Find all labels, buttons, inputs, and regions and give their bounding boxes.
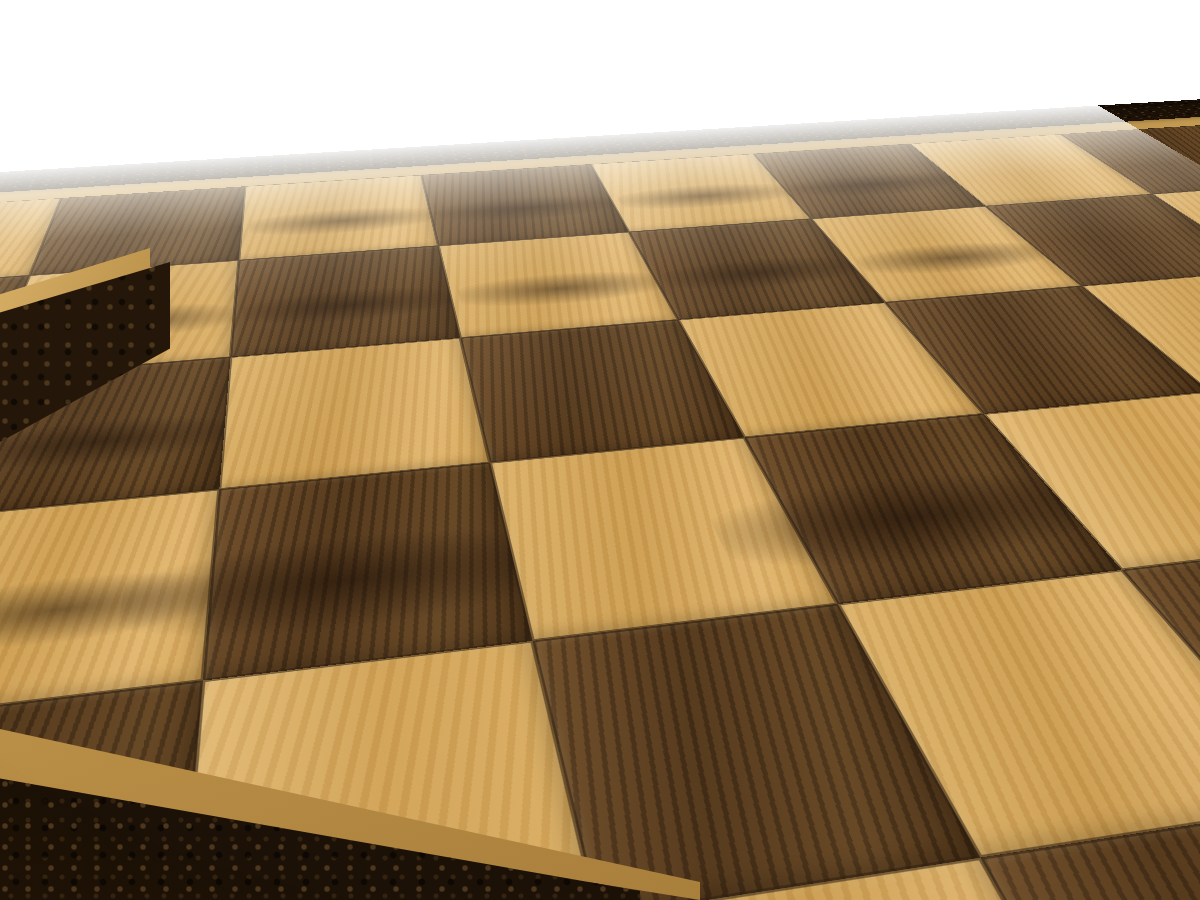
- chess-photo-scene: ♜♛♚♝♟♟♟♟♟♝♟♞♞: [0, 0, 1200, 900]
- square-e5[interactable]: ♞: [744, 414, 1121, 604]
- square-h7[interactable]: [1152, 183, 1200, 271]
- board-border-strip: ♜♛♚♝♟♟♟♟♟♝♟♞♞: [0, 0, 1200, 900]
- knight-glyph: ♞: [622, 20, 1118, 518]
- board-perspective: ♜♛♚♝♟♟♟♟♟♝♟♞♞: [0, 0, 1200, 900]
- board-frame: ♜♛♚♝♟♟♟♟♟♝♟♞♞: [0, 0, 1200, 900]
